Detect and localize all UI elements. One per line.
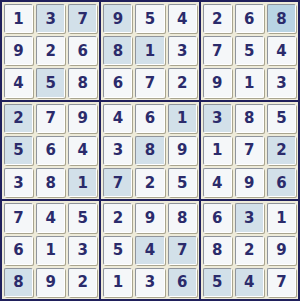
cell-r4c1[interactable]: 2 (4, 104, 33, 133)
cell-r2c5[interactable]: 1 (135, 36, 164, 65)
cell-r1c2[interactable]: 3 (36, 4, 65, 33)
cell-r1c7[interactable]: 2 (203, 4, 232, 33)
cell-r6c9[interactable]: 6 (267, 168, 296, 197)
cell-r4c7[interactable]: 3 (203, 104, 232, 133)
cell-r3c5[interactable]: 7 (135, 68, 164, 97)
cell-r9c1[interactable]: 8 (4, 268, 33, 297)
box-1-3: 268754913 (201, 2, 298, 100)
cell-r3c4[interactable]: 6 (103, 68, 132, 97)
cell-r9c8[interactable]: 4 (235, 268, 264, 297)
cell-r5c6[interactable]: 9 (168, 136, 197, 165)
cell-r6c1[interactable]: 3 (4, 168, 33, 197)
cell-r1c1[interactable]: 1 (4, 4, 33, 33)
cell-r8c9[interactable]: 9 (267, 236, 296, 265)
cell-r4c2[interactable]: 7 (36, 104, 65, 133)
cell-r2c3[interactable]: 6 (68, 36, 97, 65)
cell-r9c6[interactable]: 6 (168, 268, 197, 297)
cell-r5c2[interactable]: 6 (36, 136, 65, 165)
cell-r3c1[interactable]: 4 (4, 68, 33, 97)
box-3-3: 631829547 (201, 201, 298, 299)
cell-r2c9[interactable]: 4 (267, 36, 296, 65)
cell-r2c6[interactable]: 3 (168, 36, 197, 65)
cell-r5c7[interactable]: 1 (203, 136, 232, 165)
cell-r9c2[interactable]: 9 (36, 268, 65, 297)
cell-r7c3[interactable]: 5 (68, 203, 97, 232)
cell-r6c8[interactable]: 9 (235, 168, 264, 197)
cell-r3c6[interactable]: 2 (168, 68, 197, 97)
cell-r3c9[interactable]: 3 (267, 68, 296, 97)
box-1-2: 954813672 (101, 2, 198, 100)
cell-r7c6[interactable]: 8 (168, 203, 197, 232)
cell-r9c5[interactable]: 3 (135, 268, 164, 297)
cell-r5c8[interactable]: 7 (235, 136, 264, 165)
cell-r5c9[interactable]: 2 (267, 136, 296, 165)
cell-r8c3[interactable]: 3 (68, 236, 97, 265)
box-2-2: 461389725 (101, 102, 198, 200)
box-2-1: 279564381 (2, 102, 99, 200)
cell-r7c2[interactable]: 4 (36, 203, 65, 232)
cell-r4c3[interactable]: 9 (68, 104, 97, 133)
cell-r7c7[interactable]: 6 (203, 203, 232, 232)
box-2-3: 385172496 (201, 102, 298, 200)
box-3-1: 745613892 (2, 201, 99, 299)
cell-r3c8[interactable]: 1 (235, 68, 264, 97)
cell-r6c6[interactable]: 5 (168, 168, 197, 197)
cell-r7c5[interactable]: 9 (135, 203, 164, 232)
cell-r2c7[interactable]: 7 (203, 36, 232, 65)
cell-r6c7[interactable]: 4 (203, 168, 232, 197)
cell-r9c3[interactable]: 2 (68, 268, 97, 297)
cell-r1c8[interactable]: 6 (235, 4, 264, 33)
cell-r8c1[interactable]: 6 (4, 236, 33, 265)
cell-r1c9[interactable]: 8 (267, 4, 296, 33)
cell-r3c2[interactable]: 5 (36, 68, 65, 97)
cell-r6c4[interactable]: 7 (103, 168, 132, 197)
cell-r7c8[interactable]: 3 (235, 203, 264, 232)
cell-r5c5[interactable]: 8 (135, 136, 164, 165)
cell-r4c8[interactable]: 8 (235, 104, 264, 133)
box-1-1: 137926458 (2, 2, 99, 100)
cell-r4c6[interactable]: 1 (168, 104, 197, 133)
cell-r1c4[interactable]: 9 (103, 4, 132, 33)
cell-r6c2[interactable]: 8 (36, 168, 65, 197)
cell-r9c7[interactable]: 5 (203, 268, 232, 297)
sudoku-board: 1379264589548136722687549132795643814613… (0, 0, 300, 301)
cell-r4c9[interactable]: 5 (267, 104, 296, 133)
cell-r2c8[interactable]: 5 (235, 36, 264, 65)
cell-r5c4[interactable]: 3 (103, 136, 132, 165)
cell-r8c2[interactable]: 1 (36, 236, 65, 265)
cell-r7c4[interactable]: 2 (103, 203, 132, 232)
cell-r7c9[interactable]: 1 (267, 203, 296, 232)
cell-r5c1[interactable]: 5 (4, 136, 33, 165)
cell-r8c5[interactable]: 4 (135, 236, 164, 265)
cell-r3c7[interactable]: 9 (203, 68, 232, 97)
cell-r1c3[interactable]: 7 (68, 4, 97, 33)
cell-r8c8[interactable]: 2 (235, 236, 264, 265)
cell-r8c6[interactable]: 7 (168, 236, 197, 265)
cell-r8c7[interactable]: 8 (203, 236, 232, 265)
cell-r7c1[interactable]: 7 (4, 203, 33, 232)
cell-r6c5[interactable]: 2 (135, 168, 164, 197)
cell-r2c2[interactable]: 2 (36, 36, 65, 65)
cell-r9c4[interactable]: 1 (103, 268, 132, 297)
cell-r2c4[interactable]: 8 (103, 36, 132, 65)
box-3-2: 298547136 (101, 201, 198, 299)
cell-r3c3[interactable]: 8 (68, 68, 97, 97)
cell-r4c4[interactable]: 4 (103, 104, 132, 133)
cell-r1c6[interactable]: 4 (168, 4, 197, 33)
cell-r1c5[interactable]: 5 (135, 4, 164, 33)
cell-r6c3[interactable]: 1 (68, 168, 97, 197)
cell-r4c5[interactable]: 6 (135, 104, 164, 133)
cell-r8c4[interactable]: 5 (103, 236, 132, 265)
cell-r9c9[interactable]: 7 (267, 268, 296, 297)
cell-r2c1[interactable]: 9 (4, 36, 33, 65)
cell-r5c3[interactable]: 4 (68, 136, 97, 165)
